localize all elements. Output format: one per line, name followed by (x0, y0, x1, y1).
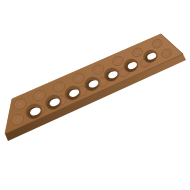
product-photo (0, 0, 190, 190)
lego-part-image (0, 0, 190, 190)
